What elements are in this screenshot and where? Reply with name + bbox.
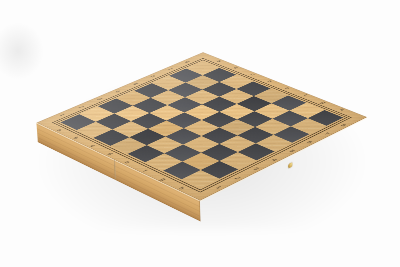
square-d3[interactable] [148,120,184,136]
square-f3[interactable] [183,136,219,153]
fold-seam [114,159,116,180]
square-e4[interactable] [184,119,220,135]
coord-file-c-top: c [242,70,263,79]
square-h5[interactable] [256,134,292,151]
square-h4[interactable] [238,143,275,160]
square-g4[interactable] [219,135,255,152]
chessboard: aa88bb77cc66dd55ee44ff33gg22hh11 [36,52,367,201]
square-h1[interactable] [182,170,220,188]
square-h6[interactable] [273,126,309,142]
square-e3[interactable] [165,128,201,144]
square-h7[interactable] [291,118,327,134]
square-f5[interactable] [219,119,255,135]
square-c2[interactable] [112,121,148,137]
square-g2[interactable] [182,152,219,169]
square-h2[interactable] [201,160,238,178]
square-d1[interactable] [110,137,146,154]
square-g5[interactable] [237,126,273,142]
coord-file-b-top: b [225,63,246,72]
square-g1[interactable] [163,161,200,179]
square-g3[interactable] [201,143,238,160]
square-f4[interactable] [201,127,237,143]
board-top-face: aa88bb77cc66dd55ee44ff33gg22hh11 [36,52,367,201]
scene: aa88bb77cc66dd55ee44ff33gg22hh11 [0,0,400,267]
square-g6[interactable] [255,118,291,134]
square-b1[interactable] [77,121,113,137]
square-h3[interactable] [219,152,256,169]
square-d2[interactable] [129,128,165,144]
coord-file-a-top: a [209,57,230,65]
square-f2[interactable] [164,144,201,161]
square-f1[interactable] [145,153,182,170]
square-e2[interactable] [147,136,183,153]
square-e1[interactable] [128,145,165,162]
square-c1[interactable] [93,129,129,145]
brass-clasp-icon [288,161,292,168]
